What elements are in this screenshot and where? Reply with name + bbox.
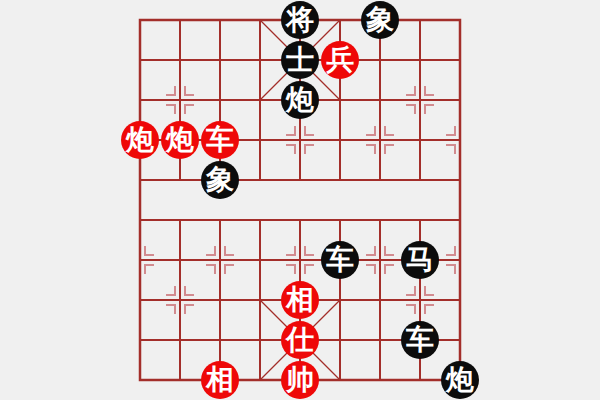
black-horse-piece[interactable]: 马	[401, 241, 439, 279]
red-king-piece[interactable]: 帅	[281, 361, 319, 399]
black-cannon-piece[interactable]: 炮	[281, 81, 319, 119]
black-elephant-piece[interactable]: 象	[361, 1, 399, 39]
red-elephant-piece[interactable]: 相	[201, 361, 239, 399]
red-cannon-piece[interactable]: 炮	[161, 121, 199, 159]
red-chariot-piece[interactable]: 车	[201, 121, 239, 159]
black-elephant-piece[interactable]: 象	[201, 161, 239, 199]
xiangqi-board: 将象士兵炮炮炮车象车马相仕车相帅炮	[0, 0, 600, 400]
red-advisor-piece[interactable]: 仕	[281, 321, 319, 359]
red-cannon-piece[interactable]: 炮	[121, 121, 159, 159]
black-general-piece[interactable]: 将	[281, 1, 319, 39]
black-chariot-piece[interactable]: 车	[321, 241, 359, 279]
red-pawn-piece[interactable]: 兵	[321, 41, 359, 79]
black-chariot-piece[interactable]: 车	[401, 321, 439, 359]
black-cannon-piece[interactable]: 炮	[441, 361, 479, 399]
red-elephant-piece[interactable]: 相	[281, 281, 319, 319]
piece-layer: 将象士兵炮炮炮车象车马相仕车相帅炮	[120, 0, 480, 400]
black-advisor-piece[interactable]: 士	[281, 41, 319, 79]
